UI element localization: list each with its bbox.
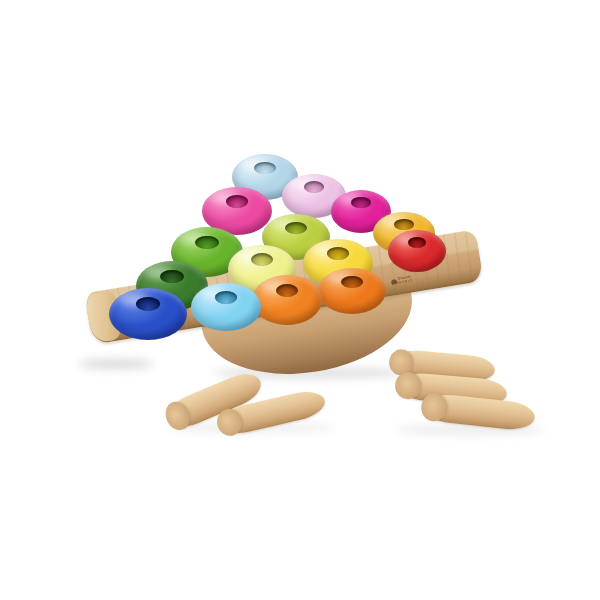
ring-hole (276, 284, 298, 298)
product-photo: Classic WORLD (0, 0, 600, 600)
ring-hole (327, 247, 349, 260)
ring-hole (251, 253, 273, 266)
ring-hole (226, 195, 248, 208)
ground-shadow (79, 358, 153, 370)
ring-hole (136, 297, 161, 311)
ring-hole (254, 162, 275, 174)
ring-hole (394, 219, 414, 230)
ring-deep-orange[interactable] (318, 268, 386, 314)
peg-end-cap (394, 371, 422, 400)
ring-sky-blue[interactable] (191, 283, 261, 331)
ring-hole (195, 236, 218, 250)
ring-blue[interactable] (109, 288, 187, 340)
ring-orange[interactable] (252, 275, 322, 325)
brand-line2: WORLD (398, 279, 413, 285)
ring-red[interactable] (388, 230, 446, 272)
ring-hole (351, 197, 370, 209)
ring-hole (160, 270, 183, 284)
ring-hole (304, 181, 324, 193)
ring-hole (285, 222, 307, 234)
ring-hole (215, 291, 237, 304)
bird-logo-icon (390, 278, 397, 285)
peg-end-cap (420, 392, 449, 423)
ring-hole (341, 276, 363, 288)
ring-hole (408, 237, 427, 248)
